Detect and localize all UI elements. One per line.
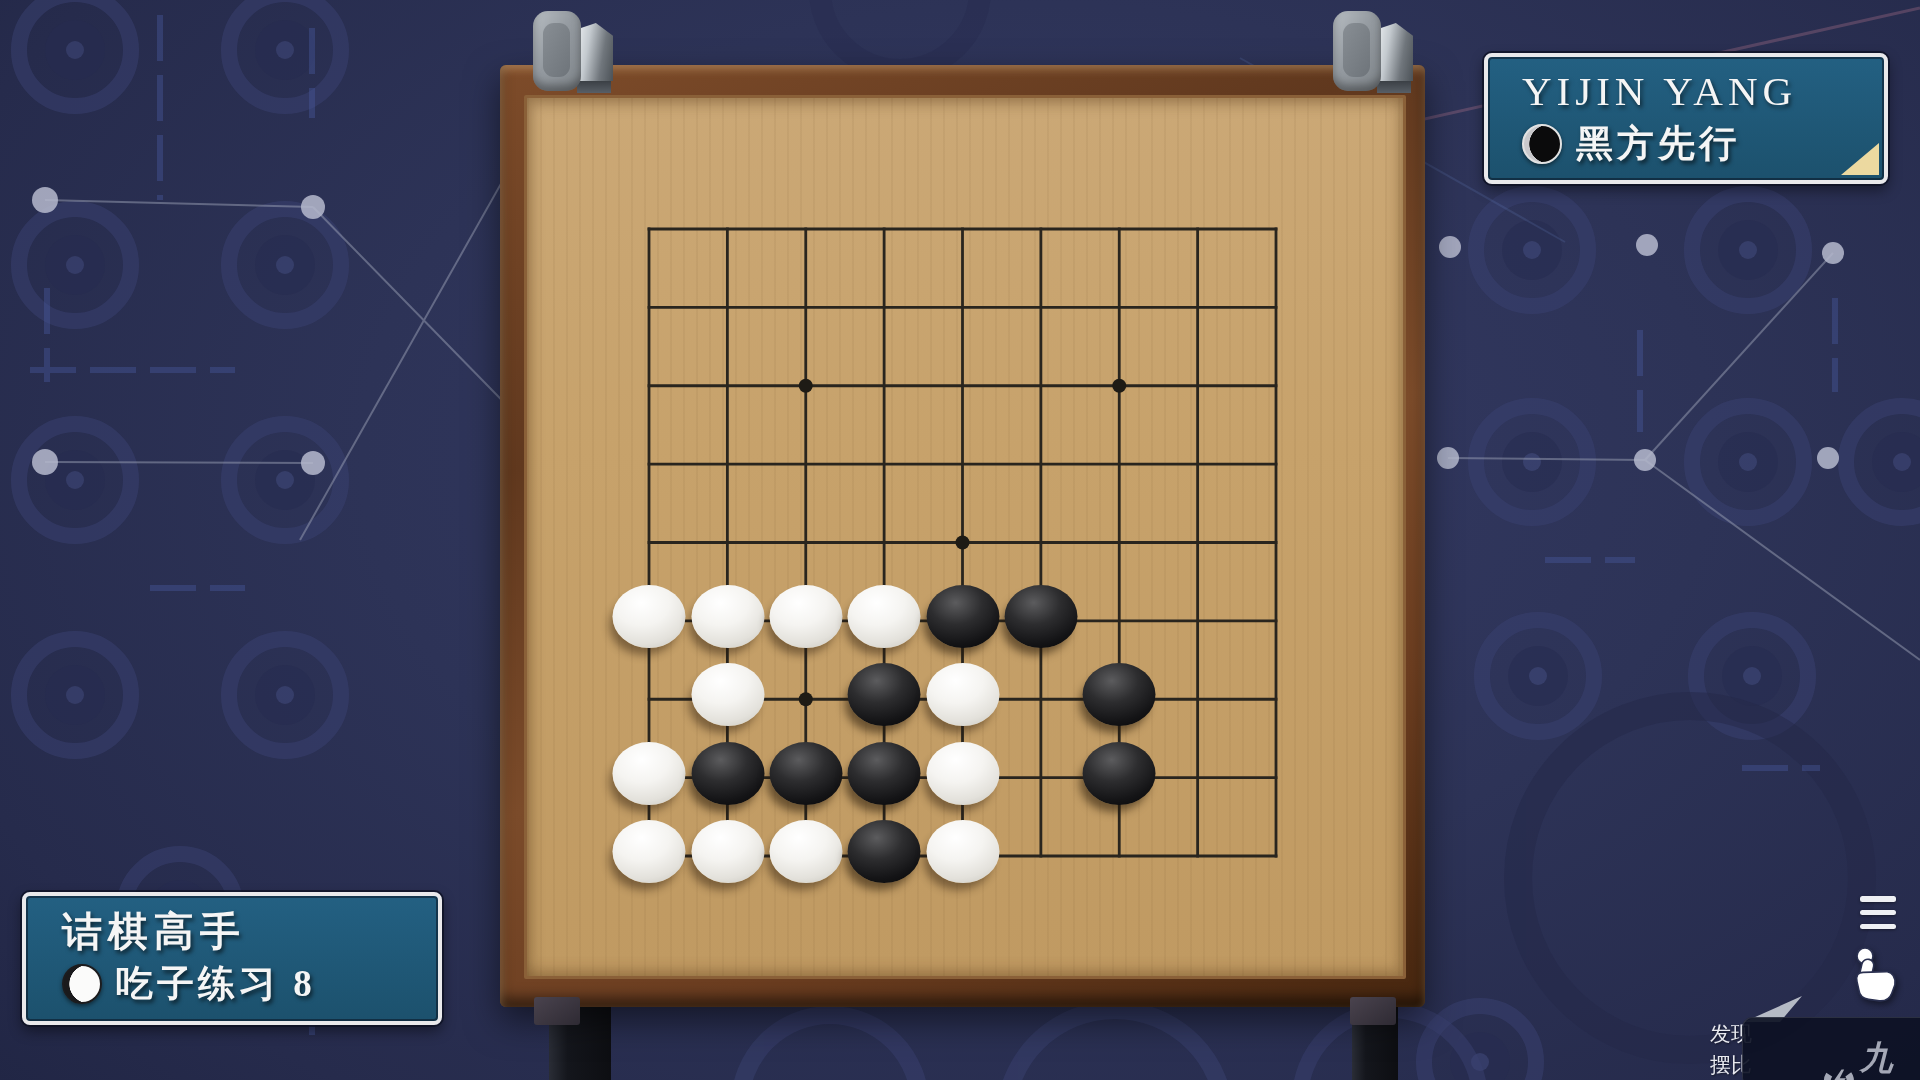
board-cell-d5[interactable] [845,504,923,582]
black-stone [769,742,842,805]
player-panel: YIJIN YANG 黑方先行 [1484,53,1888,184]
white-stone [691,664,764,727]
menu-icon [1860,896,1896,902]
board-cell-f6[interactable] [1002,582,1080,660]
board-cell-i5[interactable] [1237,504,1315,582]
board-cell-a9[interactable] [610,817,688,895]
board-cell-c5[interactable] [767,504,845,582]
board-cell-b7[interactable] [688,660,766,738]
board-cell-e4[interactable] [924,425,1002,503]
white-stone-icon [62,964,102,1004]
board-cell-b5[interactable] [688,504,766,582]
black-stone-icon [1522,124,1562,164]
board-clamp-left [533,11,615,95]
board-cell-a6[interactable] [610,582,688,660]
white-stone [926,742,999,805]
board-cell-h1[interactable] [1159,190,1237,268]
white-stone [926,820,999,883]
white-stone [691,585,764,648]
board-cell-f8[interactable] [1002,739,1080,817]
board-cell-h3[interactable] [1159,347,1237,425]
board-cell-e3[interactable] [924,347,1002,425]
board-cell-f2[interactable] [1002,268,1080,346]
board-cell-g5[interactable] [1080,504,1158,582]
board-cell-c3[interactable] [767,347,845,425]
board-clamp-right [1333,11,1415,95]
board-cell-g6[interactable] [1080,582,1158,660]
board-cell-i1[interactable] [1237,190,1315,268]
white-stone [926,664,999,727]
board-cell-a3[interactable] [610,347,688,425]
board-cell-d7[interactable] [845,660,923,738]
panel-accent-triangle [1841,143,1879,175]
level-panel: 诘棋高手 吃子练习 8 [22,892,442,1025]
board-cell-c6[interactable] [767,582,845,660]
board-cell-g3[interactable] [1080,347,1158,425]
black-stone [1083,664,1156,727]
board-cell-d1[interactable] [845,190,923,268]
white-stone [769,820,842,883]
board-cell-i8[interactable] [1237,739,1315,817]
menu-button[interactable] [1860,896,1896,929]
board-cell-f5[interactable] [1002,504,1080,582]
board-cell-b3[interactable] [688,347,766,425]
white-stone [691,820,764,883]
board-cell-a1[interactable] [610,190,688,268]
board-cell-i4[interactable] [1237,425,1315,503]
board-cell-g1[interactable] [1080,190,1158,268]
board-cell-c9[interactable] [767,817,845,895]
board-cell-h7[interactable] [1159,660,1237,738]
black-stone [848,820,921,883]
tap-hand-icon [1840,944,1904,1010]
frame-corner-bracket-left [534,997,580,1025]
watermark: 九游 [1822,1036,1920,1080]
board-cell-f1[interactable] [1002,190,1080,268]
black-stone [1005,585,1078,648]
board-cell-a4[interactable] [610,425,688,503]
white-stone [848,585,921,648]
player-name: YIJIN YANG [1522,68,1884,115]
board-cell-a2[interactable] [610,268,688,346]
board-cell-b8[interactable] [688,739,766,817]
white-stone [613,585,686,648]
black-stone [848,742,921,805]
board-cell-b4[interactable] [688,425,766,503]
watermark-text: 九游 [1860,1036,1920,1080]
board-cell-c7[interactable] [767,660,845,738]
board-cell-h9[interactable] [1159,817,1237,895]
board-cell-f9[interactable] [1002,817,1080,895]
board-cell-e6[interactable] [924,582,1002,660]
board-cell-i2[interactable] [1237,268,1315,346]
board-cell-e9[interactable] [924,817,1002,895]
board-cell-d2[interactable] [845,268,923,346]
white-stone [769,585,842,648]
board-cell-c1[interactable] [767,190,845,268]
board-cell-b2[interactable] [688,268,766,346]
board-cell-g7[interactable] [1080,660,1158,738]
watermark-logo-icon [1822,1061,1856,1080]
white-stone [613,742,686,805]
level-subtitle: 吃子练习 8 [116,959,316,1009]
board-cell-g4[interactable] [1080,425,1158,503]
board-cell-f3[interactable] [1002,347,1080,425]
board-cell-b9[interactable] [688,817,766,895]
board-cell-h4[interactable] [1159,425,1237,503]
board-cell-b1[interactable] [688,190,766,268]
board-cell-e1[interactable] [924,190,1002,268]
board-cell-c8[interactable] [767,739,845,817]
board-cell-i9[interactable] [1237,817,1315,895]
board-cell-f4[interactable] [1002,425,1080,503]
board-cell-g2[interactable] [1080,268,1158,346]
board-cell-g9[interactable] [1080,817,1158,895]
go-board[interactable] [610,190,1315,895]
board-cell-f7[interactable] [1002,660,1080,738]
black-stone [691,742,764,805]
board-cell-e2[interactable] [924,268,1002,346]
level-title: 诘棋高手 [62,909,438,955]
board-frame [500,65,1425,1007]
board-cell-e5[interactable] [924,504,1002,582]
board-cell-e8[interactable] [924,739,1002,817]
board-cell-b6[interactable] [688,582,766,660]
white-stone [613,820,686,883]
board-cell-i7[interactable] [1237,660,1315,738]
board-cell-c4[interactable] [767,425,845,503]
board-cell-a5[interactable] [610,504,688,582]
black-stone [1083,742,1156,805]
board-cell-a8[interactable] [610,739,688,817]
game-screen: YIJIN YANG 黑方先行 诘棋高手 吃子练习 8 发现 摆比 [0,0,1920,1080]
board-cell-h5[interactable] [1159,504,1237,582]
board-cell-e7[interactable] [924,660,1002,738]
board-cell-i3[interactable] [1237,347,1315,425]
board-cell-c2[interactable] [767,268,845,346]
black-stone [848,664,921,727]
board-cell-g8[interactable] [1080,739,1158,817]
board-cell-d6[interactable] [845,582,923,660]
board-cell-h2[interactable] [1159,268,1237,346]
black-stone [926,585,999,648]
board-cell-d4[interactable] [845,425,923,503]
board-cell-h8[interactable] [1159,739,1237,817]
board-cell-i6[interactable] [1237,582,1315,660]
turn-indicator: 黑方先行 [1576,119,1740,169]
board-cell-h6[interactable] [1159,582,1237,660]
board-cell-a7[interactable] [610,660,688,738]
board-surface [524,95,1406,979]
board-cell-d8[interactable] [845,739,923,817]
board-cell-d9[interactable] [845,817,923,895]
frame-corner-bracket-right [1350,997,1396,1025]
board-cell-d3[interactable] [845,347,923,425]
